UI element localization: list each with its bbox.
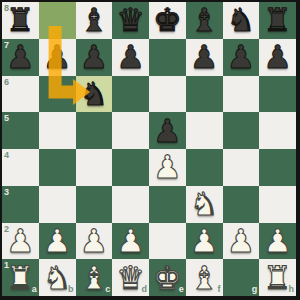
rank-label-4: 4	[4, 151, 9, 160]
square-a1[interactable]: 1a♜	[2, 259, 39, 296]
chess-board-frame: 8♜♝♛♚♝♞♜7♟♟♟♟♟♟♟6♞5♟4♟3♞2♟♟♟♟♟♟♟1a♜b♞c♝d…	[0, 0, 300, 300]
white-queen-d1[interactable]: ♛	[112, 259, 149, 296]
square-c8[interactable]: ♝	[76, 2, 113, 39]
square-c6[interactable]: ♞	[76, 76, 113, 113]
black-king-e8[interactable]: ♚	[149, 2, 186, 39]
square-h8[interactable]: ♜	[259, 2, 296, 39]
white-bishop-c1[interactable]: ♝	[76, 259, 113, 296]
square-b7[interactable]: ♟	[39, 39, 76, 76]
square-e3[interactable]	[149, 186, 186, 223]
black-pawn-a7[interactable]: ♟	[2, 39, 39, 76]
square-a7[interactable]: 7♟	[2, 39, 39, 76]
black-pawn-b7[interactable]: ♟	[39, 39, 76, 76]
black-pawn-h7[interactable]: ♟	[259, 39, 296, 76]
square-d3[interactable]	[112, 186, 149, 223]
black-pawn-f7[interactable]: ♟	[186, 39, 223, 76]
black-pawn-g7[interactable]: ♟	[223, 39, 260, 76]
square-f1[interactable]: f♝	[186, 259, 223, 296]
square-f8[interactable]: ♝	[186, 2, 223, 39]
black-bishop-c8[interactable]: ♝	[76, 2, 113, 39]
white-rook-a1[interactable]: ♜	[2, 259, 39, 296]
white-pawn-c2[interactable]: ♟	[76, 223, 113, 260]
square-e2[interactable]	[149, 223, 186, 260]
square-f6[interactable]	[186, 76, 223, 113]
white-bishop-f1[interactable]: ♝	[186, 259, 223, 296]
square-e8[interactable]: ♚	[149, 2, 186, 39]
square-g8[interactable]: ♞	[223, 2, 260, 39]
square-b8[interactable]	[39, 2, 76, 39]
square-c3[interactable]	[76, 186, 113, 223]
square-d2[interactable]: ♟	[112, 223, 149, 260]
square-d5[interactable]	[112, 112, 149, 149]
square-d6[interactable]	[112, 76, 149, 113]
square-b1[interactable]: b♞	[39, 259, 76, 296]
file-label-g: g	[252, 285, 258, 294]
black-queen-d8[interactable]: ♛	[112, 2, 149, 39]
square-g4[interactable]	[223, 149, 260, 186]
rank-label-3: 3	[4, 188, 9, 197]
square-a4[interactable]: 4	[2, 149, 39, 186]
square-e5[interactable]: ♟	[149, 112, 186, 149]
square-g6[interactable]	[223, 76, 260, 113]
square-f5[interactable]	[186, 112, 223, 149]
square-g5[interactable]	[223, 112, 260, 149]
white-king-e1[interactable]: ♚	[149, 259, 186, 296]
white-pawn-f2[interactable]: ♟	[186, 223, 223, 260]
square-b6[interactable]	[39, 76, 76, 113]
square-e6[interactable]	[149, 76, 186, 113]
square-g1[interactable]: g	[223, 259, 260, 296]
square-h4[interactable]	[259, 149, 296, 186]
black-knight-g8[interactable]: ♞	[223, 2, 260, 39]
square-b4[interactable]	[39, 149, 76, 186]
square-c5[interactable]	[76, 112, 113, 149]
square-e4[interactable]: ♟	[149, 149, 186, 186]
square-h5[interactable]	[259, 112, 296, 149]
white-pawn-g2[interactable]: ♟	[223, 223, 260, 260]
square-g2[interactable]: ♟	[223, 223, 260, 260]
square-b2[interactable]: ♟	[39, 223, 76, 260]
white-knight-b1[interactable]: ♞	[39, 259, 76, 296]
black-pawn-d7[interactable]: ♟	[112, 39, 149, 76]
square-a8[interactable]: 8♜	[2, 2, 39, 39]
white-pawn-b2[interactable]: ♟	[39, 223, 76, 260]
square-h2[interactable]: ♟	[259, 223, 296, 260]
square-f2[interactable]: ♟	[186, 223, 223, 260]
rank-label-5: 5	[4, 114, 9, 123]
square-f7[interactable]: ♟	[186, 39, 223, 76]
white-rook-h1[interactable]: ♜	[259, 259, 296, 296]
square-c2[interactable]: ♟	[76, 223, 113, 260]
square-h3[interactable]	[259, 186, 296, 223]
black-pawn-c7[interactable]: ♟	[76, 39, 113, 76]
square-c4[interactable]	[76, 149, 113, 186]
white-pawn-d2[interactable]: ♟	[112, 223, 149, 260]
square-f3[interactable]: ♞	[186, 186, 223, 223]
square-a3[interactable]: 3	[2, 186, 39, 223]
square-d8[interactable]: ♛	[112, 2, 149, 39]
square-a2[interactable]: 2♟	[2, 223, 39, 260]
black-bishop-f8[interactable]: ♝	[186, 2, 223, 39]
white-pawn-a2[interactable]: ♟	[2, 223, 39, 260]
square-c7[interactable]: ♟	[76, 39, 113, 76]
chess-board: 8♜♝♛♚♝♞♜7♟♟♟♟♟♟♟6♞5♟4♟3♞2♟♟♟♟♟♟♟1a♜b♞c♝d…	[2, 2, 296, 296]
white-knight-f3[interactable]: ♞	[186, 186, 223, 223]
square-b3[interactable]	[39, 186, 76, 223]
black-knight-c6[interactable]: ♞	[76, 76, 113, 113]
white-pawn-h2[interactable]: ♟	[259, 223, 296, 260]
white-pawn-e4[interactable]: ♟	[149, 149, 186, 186]
square-g3[interactable]	[223, 186, 260, 223]
square-a6[interactable]: 6	[2, 76, 39, 113]
square-h7[interactable]: ♟	[259, 39, 296, 76]
square-f4[interactable]	[186, 149, 223, 186]
square-b5[interactable]	[39, 112, 76, 149]
black-pawn-e5[interactable]: ♟	[149, 112, 186, 149]
square-d7[interactable]: ♟	[112, 39, 149, 76]
black-rook-h8[interactable]: ♜	[259, 2, 296, 39]
square-h1[interactable]: h♜	[259, 259, 296, 296]
square-g7[interactable]: ♟	[223, 39, 260, 76]
square-d1[interactable]: d♛	[112, 259, 149, 296]
black-rook-a8[interactable]: ♜	[2, 2, 39, 39]
square-a5[interactable]: 5	[2, 112, 39, 149]
square-d4[interactable]	[112, 149, 149, 186]
square-h6[interactable]	[259, 76, 296, 113]
square-e1[interactable]: e♚	[149, 259, 186, 296]
square-e7[interactable]	[149, 39, 186, 76]
square-c1[interactable]: c♝	[76, 259, 113, 296]
rank-label-6: 6	[4, 78, 9, 87]
